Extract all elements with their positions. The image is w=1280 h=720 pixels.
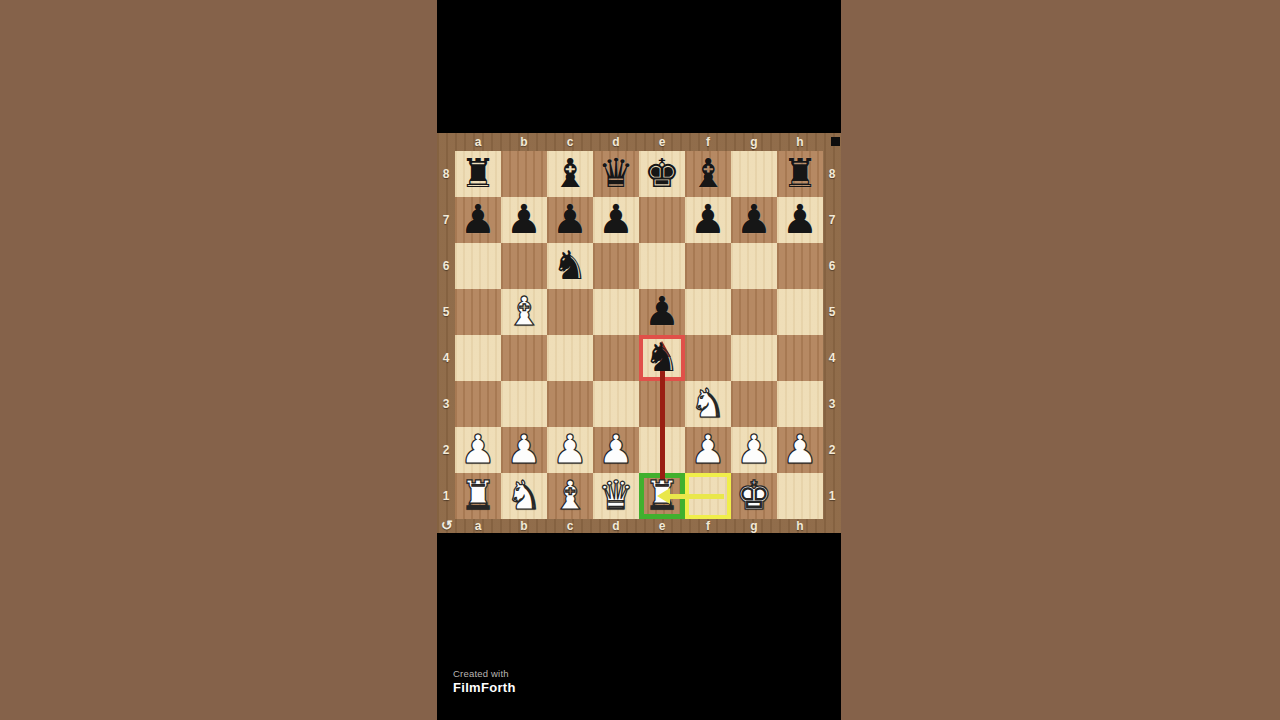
flip-board-button[interactable]: ↺ — [438, 517, 455, 533]
square-f7[interactable] — [685, 197, 731, 243]
file-label-h: h — [777, 133, 823, 151]
file-label-g: g — [731, 519, 777, 533]
square-g1[interactable] — [731, 473, 777, 519]
file-labels-top: abcdefgh — [455, 133, 823, 151]
square-b1[interactable] — [501, 473, 547, 519]
square-d7[interactable] — [593, 197, 639, 243]
square-e6[interactable] — [639, 243, 685, 289]
file-label-f: f — [685, 519, 731, 533]
square-g8[interactable] — [731, 151, 777, 197]
file-label-h: h — [777, 519, 823, 533]
square-g3[interactable] — [731, 381, 777, 427]
square-h4[interactable] — [777, 335, 823, 381]
square-a8[interactable] — [455, 151, 501, 197]
rank-labels-left: 87654321 — [437, 151, 455, 519]
square-c4[interactable] — [547, 335, 593, 381]
square-f1[interactable] — [685, 473, 731, 519]
square-c7[interactable] — [547, 197, 593, 243]
rank-label-8: 8 — [437, 151, 455, 197]
square-f6[interactable] — [685, 243, 731, 289]
board-squares — [455, 151, 823, 519]
watermark-filmforth: FilmForth — [453, 680, 516, 695]
square-f3[interactable] — [685, 381, 731, 427]
file-labels-bottom: abcdefgh — [455, 519, 823, 533]
square-a3[interactable] — [455, 381, 501, 427]
file-label-b: b — [501, 133, 547, 151]
square-e8[interactable] — [639, 151, 685, 197]
black-to-move-indicator-icon — [831, 137, 840, 146]
file-label-a: a — [455, 519, 501, 533]
rank-label-6: 6 — [823, 243, 841, 289]
rank-label-4: 4 — [437, 335, 455, 381]
rank-label-2: 2 — [437, 427, 455, 473]
file-label-f: f — [685, 133, 731, 151]
square-f5[interactable] — [685, 289, 731, 335]
watermark: Created with FilmForth — [453, 668, 516, 695]
square-c5[interactable] — [547, 289, 593, 335]
square-g2[interactable] — [731, 427, 777, 473]
square-d3[interactable] — [593, 381, 639, 427]
square-h8[interactable] — [777, 151, 823, 197]
square-h5[interactable] — [777, 289, 823, 335]
square-c6[interactable] — [547, 243, 593, 289]
square-d4[interactable] — [593, 335, 639, 381]
square-a6[interactable] — [455, 243, 501, 289]
rank-labels-right: 87654321 — [823, 151, 841, 519]
file-label-e: e — [639, 133, 685, 151]
square-d2[interactable] — [593, 427, 639, 473]
file-label-d: d — [593, 133, 639, 151]
square-f2[interactable] — [685, 427, 731, 473]
square-a1[interactable] — [455, 473, 501, 519]
rank-label-6: 6 — [437, 243, 455, 289]
square-e4[interactable] — [639, 335, 685, 381]
square-b7[interactable] — [501, 197, 547, 243]
rank-label-7: 7 — [823, 197, 841, 243]
rank-label-7: 7 — [437, 197, 455, 243]
square-a4[interactable] — [455, 335, 501, 381]
square-c1[interactable] — [547, 473, 593, 519]
rank-label-1: 1 — [437, 473, 455, 519]
square-d1[interactable] — [593, 473, 639, 519]
file-label-d: d — [593, 519, 639, 533]
square-b8[interactable] — [501, 151, 547, 197]
square-a7[interactable] — [455, 197, 501, 243]
square-b4[interactable] — [501, 335, 547, 381]
square-h1[interactable] — [777, 473, 823, 519]
file-label-g: g — [731, 133, 777, 151]
square-h6[interactable] — [777, 243, 823, 289]
file-label-b: b — [501, 519, 547, 533]
file-label-a: a — [455, 133, 501, 151]
chess-board: abcdefgh abcdefgh 87654321 87654321 ♜♝♛♚… — [437, 133, 841, 533]
square-b3[interactable] — [501, 381, 547, 427]
square-g6[interactable] — [731, 243, 777, 289]
square-f8[interactable] — [685, 151, 731, 197]
rank-label-5: 5 — [437, 289, 455, 335]
square-d5[interactable] — [593, 289, 639, 335]
square-c8[interactable] — [547, 151, 593, 197]
square-e2[interactable] — [639, 427, 685, 473]
square-d6[interactable] — [593, 243, 639, 289]
square-a5[interactable] — [455, 289, 501, 335]
rank-label-3: 3 — [437, 381, 455, 427]
square-h2[interactable] — [777, 427, 823, 473]
file-label-c: c — [547, 133, 593, 151]
square-b5[interactable] — [501, 289, 547, 335]
rank-label-1: 1 — [823, 473, 841, 519]
video-stage: abcdefgh abcdefgh 87654321 87654321 ♜♝♛♚… — [437, 0, 841, 720]
square-d8[interactable] — [593, 151, 639, 197]
square-e1[interactable] — [639, 473, 685, 519]
square-h7[interactable] — [777, 197, 823, 243]
square-b2[interactable] — [501, 427, 547, 473]
square-c2[interactable] — [547, 427, 593, 473]
square-a2[interactable] — [455, 427, 501, 473]
rank-label-5: 5 — [823, 289, 841, 335]
square-f4[interactable] — [685, 335, 731, 381]
rank-label-3: 3 — [823, 381, 841, 427]
square-g4[interactable] — [731, 335, 777, 381]
square-g5[interactable] — [731, 289, 777, 335]
square-e5[interactable] — [639, 289, 685, 335]
square-h3[interactable] — [777, 381, 823, 427]
rank-label-4: 4 — [823, 335, 841, 381]
square-g7[interactable] — [731, 197, 777, 243]
rank-label-2: 2 — [823, 427, 841, 473]
square-c3[interactable] — [547, 381, 593, 427]
watermark-created-with: Created with — [453, 668, 516, 679]
square-b6[interactable] — [501, 243, 547, 289]
file-label-e: e — [639, 519, 685, 533]
square-e3[interactable] — [639, 381, 685, 427]
rank-label-8: 8 — [823, 151, 841, 197]
file-label-c: c — [547, 519, 593, 533]
square-e7[interactable] — [639, 197, 685, 243]
